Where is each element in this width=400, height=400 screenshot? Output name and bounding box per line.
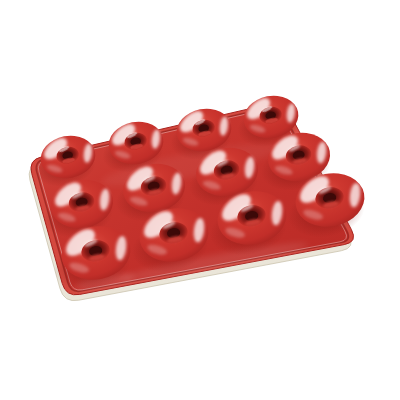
donut-pan-photo-canvas xyxy=(0,0,400,400)
product-photo xyxy=(0,0,400,400)
